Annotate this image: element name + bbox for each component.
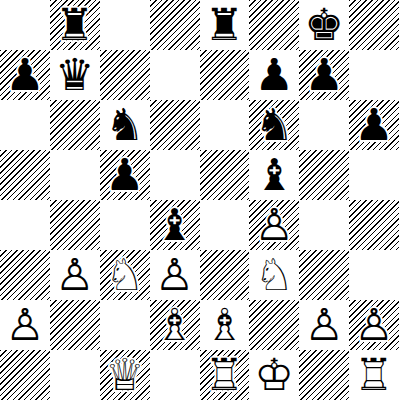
square-c2[interactable] (100, 300, 150, 350)
square-b1[interactable] (50, 350, 100, 400)
square-a5[interactable] (0, 150, 50, 200)
square-a6[interactable] (0, 100, 50, 150)
square-g6[interactable] (299, 100, 349, 150)
square-b4[interactable] (50, 200, 100, 250)
black-king-g8: ♚ (299, 0, 349, 50)
black-pawn-g7: ♟ (299, 50, 349, 100)
square-g8[interactable]: ♚ (299, 0, 349, 50)
square-e5[interactable] (200, 150, 250, 200)
white-pawn-b3: ♟♙ (50, 250, 100, 300)
square-h2[interactable]: ♟♙ (349, 300, 399, 350)
white-bishop-e2: ♝♗ (200, 300, 250, 350)
white-knight-c3: ♞♘ (100, 250, 150, 300)
square-h1[interactable]: ♜♖ (349, 350, 399, 400)
square-b8[interactable]: ♜ (50, 0, 100, 50)
square-f6[interactable]: ♞ (249, 100, 299, 150)
white-pawn-a2: ♟♙ (0, 300, 50, 350)
square-g3[interactable] (299, 250, 349, 300)
square-g1[interactable] (299, 350, 349, 400)
chess-board: ♜♜♚♟♛♟♟♞♞♟♟♝♝♟♙♟♙♞♘♟♙♞♘♟♙♝♗♝♗♟♙♟♙♛♕♜♖♚♔♜… (0, 0, 399, 400)
square-g7[interactable]: ♟ (299, 50, 349, 100)
black-rook-e8: ♜ (200, 0, 250, 50)
black-bishop-d4: ♝ (150, 200, 200, 250)
square-d5[interactable] (150, 150, 200, 200)
square-d8[interactable] (150, 0, 200, 50)
black-pawn-a7: ♟ (0, 50, 50, 100)
white-king-f1: ♚♔ (249, 350, 299, 400)
square-d1[interactable] (150, 350, 200, 400)
square-a1[interactable] (0, 350, 50, 400)
square-h6[interactable]: ♟ (349, 100, 399, 150)
square-g4[interactable] (299, 200, 349, 250)
square-a4[interactable] (0, 200, 50, 250)
square-a8[interactable] (0, 0, 50, 50)
square-a2[interactable]: ♟♙ (0, 300, 50, 350)
square-d6[interactable] (150, 100, 200, 150)
square-e3[interactable] (200, 250, 250, 300)
square-c8[interactable] (100, 0, 150, 50)
square-b2[interactable] (50, 300, 100, 350)
white-pawn-f4: ♟♙ (249, 200, 299, 250)
white-knight-f3: ♞♘ (249, 250, 299, 300)
square-d2[interactable]: ♝♗ (150, 300, 200, 350)
square-g5[interactable] (299, 150, 349, 200)
black-rook-b8: ♜ (50, 0, 100, 50)
square-c1[interactable]: ♛♕ (100, 350, 150, 400)
square-f8[interactable] (249, 0, 299, 50)
square-d3[interactable]: ♟♙ (150, 250, 200, 300)
square-e7[interactable] (200, 50, 250, 100)
square-e1[interactable]: ♜♖ (200, 350, 250, 400)
black-knight-f6: ♞ (249, 100, 299, 150)
square-c7[interactable] (100, 50, 150, 100)
square-g2[interactable]: ♟♙ (299, 300, 349, 350)
square-e6[interactable] (200, 100, 250, 150)
white-pawn-h2: ♟♙ (349, 300, 399, 350)
white-pawn-d3: ♟♙ (150, 250, 200, 300)
square-f4[interactable]: ♟♙ (249, 200, 299, 250)
black-pawn-h6: ♟ (349, 100, 399, 150)
square-c6[interactable]: ♞ (100, 100, 150, 150)
square-c5[interactable]: ♟ (100, 150, 150, 200)
square-b7[interactable]: ♛ (50, 50, 100, 100)
black-pawn-c5: ♟ (100, 150, 150, 200)
white-queen-c1: ♛♕ (100, 350, 150, 400)
square-h7[interactable] (349, 50, 399, 100)
white-bishop-d2: ♝♗ (150, 300, 200, 350)
black-bishop-f5: ♝ (249, 150, 299, 200)
square-c3[interactable]: ♞♘ (100, 250, 150, 300)
square-f1[interactable]: ♚♔ (249, 350, 299, 400)
black-queen-b7: ♛ (50, 50, 100, 100)
square-h8[interactable] (349, 0, 399, 50)
square-f3[interactable]: ♞♘ (249, 250, 299, 300)
square-e8[interactable]: ♜ (200, 0, 250, 50)
black-knight-c6: ♞ (100, 100, 150, 150)
white-rook-e1: ♜♖ (200, 350, 250, 400)
square-e4[interactable] (200, 200, 250, 250)
square-h5[interactable] (349, 150, 399, 200)
square-b5[interactable] (50, 150, 100, 200)
square-d4[interactable]: ♝ (150, 200, 200, 250)
white-rook-h1: ♜♖ (349, 350, 399, 400)
square-a3[interactable] (0, 250, 50, 300)
square-f7[interactable]: ♟ (249, 50, 299, 100)
white-pawn-g2: ♟♙ (299, 300, 349, 350)
square-b3[interactable]: ♟♙ (50, 250, 100, 300)
square-h3[interactable] (349, 250, 399, 300)
square-f2[interactable] (249, 300, 299, 350)
square-d7[interactable] (150, 50, 200, 100)
black-pawn-f7: ♟ (249, 50, 299, 100)
square-b6[interactable] (50, 100, 100, 150)
square-c4[interactable] (100, 200, 150, 250)
square-e2[interactable]: ♝♗ (200, 300, 250, 350)
square-h4[interactable] (349, 200, 399, 250)
square-a7[interactable]: ♟ (0, 50, 50, 100)
square-f5[interactable]: ♝ (249, 150, 299, 200)
